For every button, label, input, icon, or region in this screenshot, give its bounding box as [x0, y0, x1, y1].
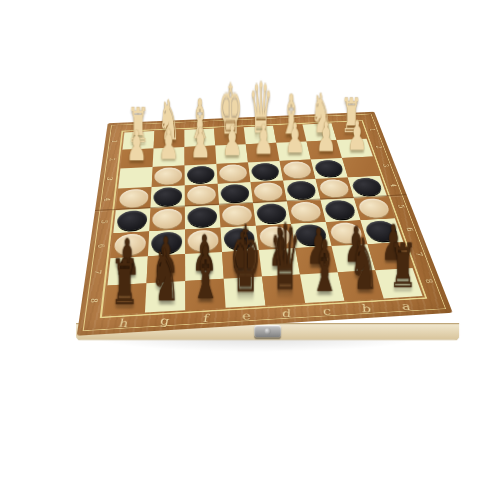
square-d8: ♛: [262, 274, 305, 305]
checker-black: [187, 165, 215, 183]
checker-cream: [219, 164, 248, 182]
file-label-e: e: [242, 309, 252, 322]
rank-label-right-5: 5: [396, 205, 407, 209]
checker-black: [153, 187, 182, 207]
checker-cream: [119, 188, 149, 208]
chess-piece-dark-bishop: ♝: [191, 239, 220, 308]
square-a2: ♟: [337, 139, 373, 158]
checker-cream: [253, 182, 284, 201]
checker-black: [313, 160, 344, 178]
checker-cream: [154, 167, 182, 185]
square-h4: [116, 187, 152, 210]
square-h3: [118, 167, 152, 189]
board: ♜♞♝♚♛♝♞♜♟♟♟♟♟♟♟♟♟♟♟♟♟♟♟♟♜♞♝♚♛♝♞♜ 1234567…: [77, 112, 453, 336]
rank-label-left-6: 6: [95, 244, 106, 249]
square-c3: [280, 159, 316, 180]
checker-cream: [187, 185, 216, 204]
checker-black: [286, 180, 318, 199]
square-g4: [150, 185, 184, 208]
square-b8: ♞: [338, 270, 384, 301]
chess-piece-light-pawn: ♟: [285, 120, 305, 159]
chess-piece-dark-knight: ♞: [151, 241, 180, 310]
square-e8: ♚: [224, 277, 266, 308]
chess-piece-dark-knight: ♞: [350, 230, 378, 298]
square-g8: ♞: [145, 281, 185, 313]
square-f3: [185, 164, 218, 185]
square-e2: ♟: [215, 144, 248, 164]
chess-piece-dark-queen: ♛: [270, 217, 301, 303]
square-g2: ♟: [153, 147, 185, 167]
rank-label-left-2: 2: [107, 158, 116, 161]
square-a3: [342, 157, 380, 178]
clasp-latch-icon: [254, 325, 281, 337]
rank-label-left-7: 7: [92, 270, 103, 275]
box-front-edge: [76, 323, 459, 340]
chess-piece-light-pawn: ♟: [253, 122, 274, 161]
chess-piece-light-pawn: ♟: [126, 127, 147, 167]
chess-piece-light-pawn: ♟: [158, 126, 179, 165]
checker-cream: [318, 179, 351, 198]
square-c4: [283, 179, 320, 201]
rank-label-left-5: 5: [99, 220, 109, 224]
square-g3: [152, 165, 185, 186]
square-c8: ♝: [300, 272, 345, 303]
file-label-h: h: [118, 317, 130, 330]
rank-label-left-3: 3: [105, 177, 114, 181]
square-h8: ♜: [104, 283, 146, 315]
checker-cream: [282, 161, 313, 179]
square-a4: [348, 176, 387, 198]
square-d2: ♟: [246, 143, 280, 163]
chess-piece-light-pawn: ♟: [316, 119, 336, 158]
rank-label-right-4: 4: [388, 183, 398, 187]
chess-piece-dark-king: ♚: [230, 219, 261, 305]
chess-piece-light-pawn: ♟: [222, 123, 243, 162]
checker-black: [351, 177, 384, 196]
rank-label-right-8: 8: [423, 279, 435, 284]
square-f8: ♝: [185, 279, 225, 310]
square-c2: ♟: [276, 141, 311, 161]
file-label-d: d: [282, 307, 291, 320]
chess-piece-light-pawn: ♟: [190, 124, 211, 163]
checker-black: [220, 184, 250, 203]
square-e3: [216, 162, 250, 183]
rank-label-right-3: 3: [381, 164, 391, 167]
square-f2: ♟: [184, 146, 216, 166]
rank-label-left-8: 8: [88, 298, 100, 303]
rank-label-right-1: 1: [368, 128, 377, 131]
rank-label-left-4: 4: [102, 198, 112, 202]
file-label-a: a: [401, 300, 411, 312]
square-a8: ♜: [375, 268, 422, 298]
chess-piece-light-pawn: ♟: [347, 118, 367, 157]
file-label-c: c: [323, 305, 331, 318]
file-label-b: b: [362, 302, 372, 315]
chess-piece-dark-rook: ♜: [389, 238, 416, 296]
rank-label-right-2: 2: [374, 145, 383, 148]
square-d3: [248, 161, 283, 182]
square-d4: [250, 180, 286, 203]
square-h2: ♟: [120, 148, 153, 168]
chess-piece-dark-rook: ♜: [111, 253, 139, 312]
square-f4: [185, 184, 219, 207]
board-grid: ♜♞♝♚♛♝♞♜♟♟♟♟♟♟♟♟♟♟♟♟♟♟♟♟♜♞♝♚♛♝♞♜: [104, 122, 422, 315]
checker-black: [251, 162, 281, 180]
product-photo-canvas: ♜♞♝♚♛♝♞♜♟♟♟♟♟♟♟♟♟♟♟♟♟♟♟♟♜♞♝♚♛♝♞♜ 1234567…: [0, 0, 500, 500]
rank-label-left-1: 1: [110, 140, 119, 143]
file-label-g: g: [159, 314, 171, 327]
chess-piece-dark-bishop: ♝: [310, 233, 338, 301]
